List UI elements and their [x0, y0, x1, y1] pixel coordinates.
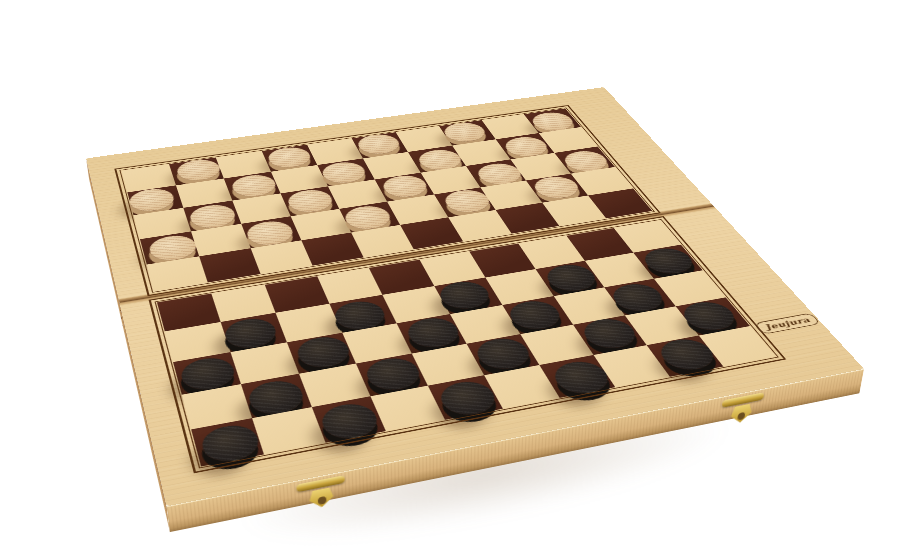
dark-checker[interactable] — [293, 334, 354, 371]
dark-checker[interactable] — [245, 377, 308, 418]
square-r7c4[interactable] — [329, 295, 396, 333]
square-r9c3[interactable] — [299, 364, 370, 408]
clasp-hasp-icon — [309, 487, 334, 510]
square-r6c2[interactable] — [211, 285, 275, 322]
dark-checker[interactable] — [435, 378, 502, 419]
square-r9c4[interactable] — [356, 354, 428, 397]
square-r7c5[interactable] — [382, 286, 450, 323]
square-r7c8[interactable] — [536, 261, 605, 296]
square-r8c10[interactable] — [654, 270, 726, 306]
square-r6c4[interactable] — [317, 268, 382, 304]
square-r10c10[interactable] — [699, 326, 776, 366]
jeujura-logo-stamp: Jeujura — [753, 313, 821, 335]
dark-checker[interactable] — [178, 355, 239, 394]
dark-checker[interactable] — [503, 298, 566, 333]
product-photo-scene: Jeujura — [0, 0, 920, 551]
dark-checker[interactable] — [577, 316, 643, 352]
square-r7c7[interactable] — [485, 269, 553, 305]
square-r7c6[interactable] — [434, 278, 502, 315]
dark-checker[interactable] — [638, 246, 700, 277]
square-r6c1[interactable] — [157, 294, 221, 332]
square-r10c4[interactable] — [370, 386, 445, 431]
dark-checker[interactable] — [198, 422, 263, 466]
square-r9c6[interactable] — [467, 334, 540, 375]
square-r9c9[interactable] — [625, 306, 699, 345]
square-r10c2[interactable] — [252, 407, 325, 454]
square-r7c1[interactable] — [165, 322, 231, 362]
square-r8c8[interactable] — [554, 287, 625, 324]
dark-checker[interactable] — [471, 335, 536, 372]
dark-checker[interactable] — [330, 298, 390, 333]
square-r10c6[interactable] — [484, 365, 559, 409]
square-r10c1[interactable] — [191, 418, 264, 466]
square-r9c7[interactable] — [520, 325, 593, 365]
square-r6c3[interactable] — [265, 276, 330, 312]
clasp-hasp-icon — [730, 403, 753, 424]
square-r9c1[interactable] — [182, 384, 252, 429]
square-r7c10[interactable] — [633, 245, 702, 279]
square-r10c7[interactable] — [539, 355, 615, 398]
dark-checker[interactable] — [317, 400, 383, 442]
dark-checker[interactable] — [548, 358, 616, 397]
square-r8c2[interactable] — [231, 342, 300, 384]
square-r8c4[interactable] — [342, 323, 411, 363]
square-r6c5[interactable] — [369, 260, 434, 295]
dark-checker[interactable] — [361, 355, 425, 394]
square-r6c6[interactable] — [420, 251, 486, 286]
square-r7c2[interactable] — [221, 313, 287, 352]
square-r8c1[interactable] — [173, 352, 241, 395]
square-r10c5[interactable] — [428, 375, 503, 420]
square-r8c5[interactable] — [397, 314, 467, 353]
dark-checker[interactable] — [402, 315, 464, 351]
hinge-seam-left-edge — [119, 301, 122, 325]
dark-checker[interactable] — [653, 336, 722, 373]
square-r8c7[interactable] — [502, 296, 573, 334]
square-r9c10[interactable] — [676, 297, 750, 335]
square-r8c9[interactable] — [604, 279, 675, 316]
square-r10c9[interactable] — [647, 336, 724, 377]
square-r8c6[interactable] — [450, 305, 520, 344]
square-r7c9[interactable] — [585, 253, 654, 288]
square-r5c2[interactable] — [199, 248, 260, 282]
dark-checker[interactable] — [676, 299, 742, 334]
square-r7c3[interactable] — [276, 304, 343, 343]
square-r10c8[interactable] — [594, 345, 670, 387]
square-r9c2[interactable] — [241, 374, 312, 418]
dark-checker[interactable] — [221, 316, 280, 352]
square-r9c8[interactable] — [573, 315, 647, 355]
square-r8c3[interactable] — [287, 333, 356, 374]
dark-checker[interactable] — [606, 281, 670, 314]
dark-checker[interactable] — [434, 279, 495, 312]
square-r9c5[interactable] — [412, 344, 484, 386]
square-r10c3[interactable] — [312, 396, 386, 442]
light-checker[interactable] — [147, 233, 200, 263]
dark-checker[interactable] — [541, 262, 602, 294]
